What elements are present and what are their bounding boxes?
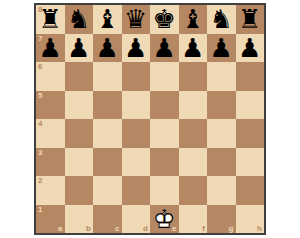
square-d3[interactable] xyxy=(122,148,151,177)
black-king-glyph: ♚ xyxy=(150,5,179,34)
file-label-a: a xyxy=(58,224,62,233)
black-pawn-glyph: ♟ xyxy=(150,34,179,63)
square-f5[interactable] xyxy=(179,91,208,120)
square-e2[interactable] xyxy=(150,176,179,205)
page-background: 8♜♞♝♛♚♝♞♜7♟♟♟♟♟♟♟♟654321abcde♚♔fgh xyxy=(0,0,300,238)
square-g4[interactable] xyxy=(207,119,236,148)
square-a8[interactable]: 8♜ xyxy=(36,5,65,34)
black-pawn-glyph: ♟ xyxy=(93,34,122,63)
black-pawn-glyph: ♟ xyxy=(179,34,208,63)
square-e7[interactable]: ♟ xyxy=(150,34,179,63)
black-knight-glyph: ♞ xyxy=(207,5,236,34)
square-e1[interactable]: e♚♔ xyxy=(150,205,179,234)
square-b7[interactable]: ♟ xyxy=(65,34,94,63)
black-pawn-glyph: ♟ xyxy=(236,34,265,63)
black-pawn-glyph: ♟ xyxy=(122,34,151,63)
square-b8[interactable]: ♞ xyxy=(65,5,94,34)
square-b6[interactable] xyxy=(65,62,94,91)
piece-black-king[interactable]: ♚ xyxy=(150,5,179,34)
square-e4[interactable] xyxy=(150,119,179,148)
square-f6[interactable] xyxy=(179,62,208,91)
piece-black-pawn[interactable]: ♟ xyxy=(122,34,151,63)
square-c8[interactable]: ♝ xyxy=(93,5,122,34)
square-f1[interactable]: f xyxy=(179,205,208,234)
piece-black-pawn[interactable]: ♟ xyxy=(36,34,65,63)
square-c6[interactable] xyxy=(93,62,122,91)
file-label-f: f xyxy=(202,224,205,233)
file-label-d: d xyxy=(143,224,148,233)
square-e8[interactable]: ♚ xyxy=(150,5,179,34)
black-pawn-glyph: ♟ xyxy=(36,34,65,63)
piece-black-knight[interactable]: ♞ xyxy=(65,5,94,34)
square-h3[interactable] xyxy=(236,148,265,177)
square-g1[interactable]: g xyxy=(207,205,236,234)
square-g7[interactable]: ♟ xyxy=(207,34,236,63)
square-g8[interactable]: ♞ xyxy=(207,5,236,34)
file-label-g: g xyxy=(229,224,234,233)
piece-black-pawn[interactable]: ♟ xyxy=(179,34,208,63)
piece-black-queen[interactable]: ♛ xyxy=(122,5,151,34)
square-b1[interactable]: b xyxy=(65,205,94,234)
square-d4[interactable] xyxy=(122,119,151,148)
square-b2[interactable] xyxy=(65,176,94,205)
file-label-c: c xyxy=(115,224,119,233)
square-e3[interactable] xyxy=(150,148,179,177)
square-d2[interactable] xyxy=(122,176,151,205)
square-c2[interactable] xyxy=(93,176,122,205)
black-pawn-glyph: ♟ xyxy=(207,34,236,63)
square-f3[interactable] xyxy=(179,148,208,177)
square-h2[interactable] xyxy=(236,176,265,205)
square-b4[interactable] xyxy=(65,119,94,148)
square-b3[interactable] xyxy=(65,148,94,177)
square-h1[interactable]: h xyxy=(236,205,265,234)
square-a3[interactable]: 3 xyxy=(36,148,65,177)
black-rook-glyph: ♜ xyxy=(36,5,65,34)
square-f8[interactable]: ♝ xyxy=(179,5,208,34)
square-g6[interactable] xyxy=(207,62,236,91)
piece-black-pawn[interactable]: ♟ xyxy=(93,34,122,63)
piece-black-bishop[interactable]: ♝ xyxy=(179,5,208,34)
rank-label-5: 5 xyxy=(38,91,42,100)
square-f4[interactable] xyxy=(179,119,208,148)
square-d7[interactable]: ♟ xyxy=(122,34,151,63)
square-d5[interactable] xyxy=(122,91,151,120)
piece-black-pawn[interactable]: ♟ xyxy=(207,34,236,63)
piece-black-pawn[interactable]: ♟ xyxy=(150,34,179,63)
chess-board: 8♜♞♝♛♚♝♞♜7♟♟♟♟♟♟♟♟654321abcde♚♔fgh xyxy=(34,3,266,235)
square-d6[interactable] xyxy=(122,62,151,91)
square-f2[interactable] xyxy=(179,176,208,205)
square-a7[interactable]: 7♟ xyxy=(36,34,65,63)
square-h6[interactable] xyxy=(236,62,265,91)
file-label-h: h xyxy=(257,224,262,233)
black-rook-glyph: ♜ xyxy=(236,5,265,34)
piece-white-king[interactable]: ♚♔ xyxy=(150,205,179,234)
square-c3[interactable] xyxy=(93,148,122,177)
square-h7[interactable]: ♟ xyxy=(236,34,265,63)
square-a1[interactable]: 1a xyxy=(36,205,65,234)
piece-black-rook[interactable]: ♜ xyxy=(236,5,265,34)
piece-black-rook[interactable]: ♜ xyxy=(36,5,65,34)
square-c4[interactable] xyxy=(93,119,122,148)
square-g3[interactable] xyxy=(207,148,236,177)
square-c1[interactable]: c xyxy=(93,205,122,234)
piece-black-pawn[interactable]: ♟ xyxy=(236,34,265,63)
rank-label-4: 4 xyxy=(38,119,42,128)
black-queen-glyph: ♛ xyxy=(122,5,151,34)
black-knight-glyph: ♞ xyxy=(65,5,94,34)
square-a2[interactable]: 2 xyxy=(36,176,65,205)
piece-black-bishop[interactable]: ♝ xyxy=(93,5,122,34)
square-e6[interactable] xyxy=(150,62,179,91)
square-f7[interactable]: ♟ xyxy=(179,34,208,63)
square-b5[interactable] xyxy=(65,91,94,120)
square-h4[interactable] xyxy=(236,119,265,148)
black-bishop-glyph: ♝ xyxy=(93,5,122,34)
rank-label-6: 6 xyxy=(38,62,42,71)
rank-label-2: 2 xyxy=(38,176,42,185)
square-a6[interactable]: 6 xyxy=(36,62,65,91)
square-d8[interactable]: ♛ xyxy=(122,5,151,34)
square-g5[interactable] xyxy=(207,91,236,120)
square-d1[interactable]: d xyxy=(122,205,151,234)
square-a4[interactable]: 4 xyxy=(36,119,65,148)
square-h5[interactable] xyxy=(236,91,265,120)
white-king-outline: ♔ xyxy=(150,205,179,234)
square-g2[interactable] xyxy=(207,176,236,205)
piece-black-knight[interactable]: ♞ xyxy=(207,5,236,34)
square-c7[interactable]: ♟ xyxy=(93,34,122,63)
square-h8[interactable]: ♜ xyxy=(236,5,265,34)
rank-label-3: 3 xyxy=(38,148,42,157)
square-a5[interactable]: 5 xyxy=(36,91,65,120)
rank-label-1: 1 xyxy=(38,205,42,214)
file-label-b: b xyxy=(86,224,91,233)
square-c5[interactable] xyxy=(93,91,122,120)
square-e5[interactable] xyxy=(150,91,179,120)
piece-black-pawn[interactable]: ♟ xyxy=(65,34,94,63)
black-pawn-glyph: ♟ xyxy=(65,34,94,63)
black-bishop-glyph: ♝ xyxy=(179,5,208,34)
